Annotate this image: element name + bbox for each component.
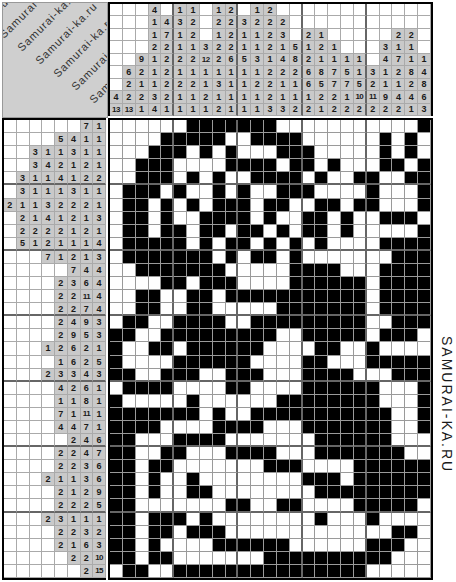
grid-cell[interactable]: [174, 434, 187, 447]
grid-cell[interactable]: [380, 486, 393, 499]
grid-cell[interactable]: [380, 290, 393, 303]
grid-cell[interactable]: [226, 172, 239, 185]
grid-cell[interactable]: [149, 486, 162, 499]
grid-cell[interactable]: [392, 277, 405, 290]
grid-cell[interactable]: [354, 264, 367, 277]
grid-cell[interactable]: [264, 329, 277, 342]
grid-cell[interactable]: [354, 356, 367, 369]
grid-cell[interactable]: [392, 539, 405, 552]
grid-cell[interactable]: [367, 513, 380, 526]
grid-cell[interactable]: [303, 434, 316, 447]
grid-cell[interactable]: [213, 473, 226, 486]
grid-cell[interactable]: [187, 552, 200, 565]
grid-cell[interactable]: [418, 499, 431, 512]
grid-cell[interactable]: [303, 329, 316, 342]
grid-cell[interactable]: [110, 303, 123, 316]
grid-cell[interactable]: [303, 303, 316, 316]
grid-cell[interactable]: [264, 172, 277, 185]
grid-cell[interactable]: [149, 277, 162, 290]
grid-cell[interactable]: [238, 499, 251, 512]
grid-cell[interactable]: [380, 146, 393, 159]
grid-cell[interactable]: [226, 434, 239, 447]
grid-cell[interactable]: [367, 447, 380, 460]
grid-cell[interactable]: [354, 539, 367, 552]
grid-cell[interactable]: [174, 120, 187, 133]
grid-cell[interactable]: [380, 526, 393, 539]
grid-cell[interactable]: [174, 408, 187, 421]
grid-cell[interactable]: [290, 159, 303, 172]
grid-cell[interactable]: [161, 499, 174, 512]
grid-cell[interactable]: [290, 342, 303, 355]
grid-cell[interactable]: [380, 447, 393, 460]
grid-cell[interactable]: [328, 185, 341, 198]
grid-cell[interactable]: [187, 434, 200, 447]
grid-cell[interactable]: [174, 146, 187, 159]
grid-cell[interactable]: [161, 212, 174, 225]
grid-cell[interactable]: [315, 146, 328, 159]
grid-cell[interactable]: [418, 421, 431, 434]
grid-cell[interactable]: [303, 212, 316, 225]
grid-cell[interactable]: [251, 486, 264, 499]
grid-cell[interactable]: [136, 460, 149, 473]
grid-cell[interactable]: [392, 499, 405, 512]
grid-cell[interactable]: [328, 382, 341, 395]
grid-cell[interactable]: [161, 369, 174, 382]
grid-cell[interactable]: [161, 316, 174, 329]
grid-cell[interactable]: [418, 277, 431, 290]
grid-cell[interactable]: [161, 159, 174, 172]
grid-cell[interactable]: [392, 329, 405, 342]
grid-cell[interactable]: [367, 473, 380, 486]
grid-cell[interactable]: [380, 421, 393, 434]
grid-cell[interactable]: [213, 290, 226, 303]
grid-cell[interactable]: [380, 238, 393, 251]
grid-cell[interactable]: [380, 473, 393, 486]
grid-cell[interactable]: [187, 185, 200, 198]
grid-cell[interactable]: [392, 133, 405, 146]
grid-cell[interactable]: [110, 552, 123, 565]
grid-cell[interactable]: [354, 486, 367, 499]
grid-cell[interactable]: [200, 486, 213, 499]
grid-cell[interactable]: [161, 565, 174, 578]
grid-cell[interactable]: [264, 382, 277, 395]
grid-cell[interactable]: [264, 539, 277, 552]
grid-cell[interactable]: [380, 303, 393, 316]
grid-cell[interactable]: [123, 185, 136, 198]
grid-cell[interactable]: [264, 499, 277, 512]
grid-cell[interactable]: [123, 369, 136, 382]
grid-cell[interactable]: [136, 434, 149, 447]
grid-cell[interactable]: [367, 329, 380, 342]
grid-cell[interactable]: [226, 185, 239, 198]
grid-cell[interactable]: [161, 120, 174, 133]
grid-cell[interactable]: [251, 133, 264, 146]
grid-cell[interactable]: [174, 133, 187, 146]
grid-cell[interactable]: [110, 251, 123, 264]
grid-cell[interactable]: [187, 264, 200, 277]
grid-cell[interactable]: [418, 264, 431, 277]
grid-cell[interactable]: [418, 382, 431, 395]
grid-cell[interactable]: [187, 251, 200, 264]
grid-cell[interactable]: [367, 238, 380, 251]
grid-cell[interactable]: [174, 539, 187, 552]
grid-cell[interactable]: [392, 421, 405, 434]
grid-cell[interactable]: [405, 421, 418, 434]
grid-cell[interactable]: [392, 212, 405, 225]
grid-cell[interactable]: [354, 499, 367, 512]
grid-cell[interactable]: [277, 199, 290, 212]
grid-cell[interactable]: [303, 356, 316, 369]
grid-cell[interactable]: [161, 185, 174, 198]
grid-cell[interactable]: [354, 382, 367, 395]
grid-cell[interactable]: [418, 146, 431, 159]
grid-cell[interactable]: [238, 382, 251, 395]
grid-cell[interactable]: [123, 290, 136, 303]
grid-cell[interactable]: [367, 146, 380, 159]
grid-cell[interactable]: [213, 421, 226, 434]
grid-cell[interactable]: [315, 408, 328, 421]
grid-cell[interactable]: [418, 120, 431, 133]
grid-cell[interactable]: [251, 473, 264, 486]
grid-cell[interactable]: [136, 238, 149, 251]
grid-cell[interactable]: [303, 185, 316, 198]
grid-cell[interactable]: [161, 277, 174, 290]
grid-cell[interactable]: [200, 447, 213, 460]
grid-cell[interactable]: [277, 565, 290, 578]
grid-cell[interactable]: [277, 133, 290, 146]
grid-cell[interactable]: [200, 303, 213, 316]
grid-cell[interactable]: [264, 225, 277, 238]
grid-cell[interactable]: [380, 277, 393, 290]
grid-cell[interactable]: [136, 356, 149, 369]
grid-cell[interactable]: [161, 172, 174, 185]
grid-cell[interactable]: [136, 526, 149, 539]
grid-cell[interactable]: [392, 565, 405, 578]
grid-cell[interactable]: [264, 395, 277, 408]
grid-cell[interactable]: [418, 329, 431, 342]
grid-cell[interactable]: [226, 342, 239, 355]
grid-cell[interactable]: [200, 212, 213, 225]
grid-cell[interactable]: [392, 146, 405, 159]
grid-cell[interactable]: [418, 552, 431, 565]
grid-cell[interactable]: [264, 447, 277, 460]
grid-cell[interactable]: [226, 290, 239, 303]
grid-cell[interactable]: [187, 356, 200, 369]
grid-cell[interactable]: [405, 264, 418, 277]
grid-cell[interactable]: [264, 159, 277, 172]
grid-cell[interactable]: [380, 369, 393, 382]
grid-cell[interactable]: [251, 264, 264, 277]
grid-cell[interactable]: [226, 225, 239, 238]
grid-cell[interactable]: [123, 120, 136, 133]
grid-cell[interactable]: [174, 447, 187, 460]
grid-cell[interactable]: [238, 133, 251, 146]
grid-cell[interactable]: [405, 199, 418, 212]
grid-cell[interactable]: [200, 565, 213, 578]
grid-cell[interactable]: [341, 460, 354, 473]
grid-cell[interactable]: [174, 159, 187, 172]
grid-cell[interactable]: [392, 552, 405, 565]
grid-cell[interactable]: [123, 421, 136, 434]
grid-cell[interactable]: [303, 526, 316, 539]
grid-cell[interactable]: [110, 172, 123, 185]
grid-cell[interactable]: [264, 277, 277, 290]
grid-cell[interactable]: [392, 290, 405, 303]
grid-cell[interactable]: [251, 499, 264, 512]
grid-cell[interactable]: [123, 303, 136, 316]
grid-cell[interactable]: [303, 146, 316, 159]
grid-cell[interactable]: [303, 225, 316, 238]
grid-cell[interactable]: [418, 395, 431, 408]
grid-cell[interactable]: [354, 460, 367, 473]
grid-cell[interactable]: [174, 526, 187, 539]
grid-cell[interactable]: [303, 473, 316, 486]
grid-cell[interactable]: [123, 342, 136, 355]
grid-cell[interactable]: [405, 290, 418, 303]
grid-cell[interactable]: [226, 303, 239, 316]
grid-cell[interactable]: [303, 290, 316, 303]
grid-cell[interactable]: [290, 238, 303, 251]
grid-cell[interactable]: [341, 316, 354, 329]
grid-cell[interactable]: [149, 225, 162, 238]
grid-cell[interactable]: [380, 434, 393, 447]
grid-cell[interactable]: [290, 539, 303, 552]
grid-cell[interactable]: [226, 552, 239, 565]
grid-cell[interactable]: [392, 251, 405, 264]
grid-cell[interactable]: [174, 473, 187, 486]
grid-cell[interactable]: [264, 473, 277, 486]
grid-cell[interactable]: [405, 172, 418, 185]
grid-cell[interactable]: [418, 565, 431, 578]
grid-cell[interactable]: [328, 342, 341, 355]
grid-cell[interactable]: [380, 159, 393, 172]
grid-cell[interactable]: [136, 185, 149, 198]
grid-cell[interactable]: [392, 460, 405, 473]
grid-cell[interactable]: [264, 290, 277, 303]
grid-cell[interactable]: [290, 460, 303, 473]
grid-cell[interactable]: [367, 421, 380, 434]
grid-cell[interactable]: [161, 460, 174, 473]
grid-cell[interactable]: [367, 382, 380, 395]
grid-cell[interactable]: [354, 290, 367, 303]
grid-cell[interactable]: [315, 513, 328, 526]
grid-cell[interactable]: [354, 185, 367, 198]
grid-cell[interactable]: [161, 539, 174, 552]
grid-cell[interactable]: [405, 316, 418, 329]
grid-cell[interactable]: [380, 225, 393, 238]
grid-cell[interactable]: [149, 251, 162, 264]
grid-cell[interactable]: [315, 460, 328, 473]
grid-cell[interactable]: [110, 486, 123, 499]
grid-cell[interactable]: [315, 565, 328, 578]
grid-cell[interactable]: [213, 172, 226, 185]
grid-cell[interactable]: [367, 277, 380, 290]
grid-cell[interactable]: [149, 460, 162, 473]
grid-cell[interactable]: [238, 120, 251, 133]
grid-cell[interactable]: [174, 499, 187, 512]
grid-cell[interactable]: [136, 552, 149, 565]
grid-cell[interactable]: [418, 408, 431, 421]
grid-cell[interactable]: [200, 159, 213, 172]
grid-cell[interactable]: [354, 513, 367, 526]
grid-cell[interactable]: [341, 225, 354, 238]
grid-cell[interactable]: [200, 185, 213, 198]
grid-cell[interactable]: [367, 303, 380, 316]
grid-cell[interactable]: [149, 382, 162, 395]
grid-cell[interactable]: [367, 486, 380, 499]
grid-cell[interactable]: [392, 356, 405, 369]
grid-cell[interactable]: [264, 356, 277, 369]
grid-cell[interactable]: [315, 133, 328, 146]
grid-cell[interactable]: [123, 434, 136, 447]
grid-cell[interactable]: [354, 552, 367, 565]
grid-cell[interactable]: [200, 199, 213, 212]
grid-cell[interactable]: [187, 499, 200, 512]
grid-cell[interactable]: [290, 356, 303, 369]
grid-cell[interactable]: [251, 539, 264, 552]
grid-cell[interactable]: [277, 552, 290, 565]
grid-cell[interactable]: [328, 329, 341, 342]
grid-cell[interactable]: [110, 473, 123, 486]
grid-cell[interactable]: [200, 513, 213, 526]
grid-cell[interactable]: [315, 356, 328, 369]
grid-cell[interactable]: [367, 159, 380, 172]
grid-cell[interactable]: [367, 434, 380, 447]
grid-cell[interactable]: [200, 120, 213, 133]
grid-cell[interactable]: [341, 185, 354, 198]
grid-cell[interactable]: [161, 329, 174, 342]
grid-cell[interactable]: [405, 146, 418, 159]
grid-cell[interactable]: [200, 329, 213, 342]
grid-cell[interactable]: [380, 565, 393, 578]
grid-cell[interactable]: [200, 251, 213, 264]
grid-cell[interactable]: [354, 120, 367, 133]
grid-cell[interactable]: [187, 473, 200, 486]
grid-cell[interactable]: [405, 303, 418, 316]
grid-cell[interactable]: [123, 172, 136, 185]
grid-cell[interactable]: [174, 382, 187, 395]
grid-cell[interactable]: [290, 303, 303, 316]
grid-cell[interactable]: [200, 146, 213, 159]
grid-cell[interactable]: [238, 185, 251, 198]
grid-cell[interactable]: [174, 395, 187, 408]
grid-cell[interactable]: [200, 434, 213, 447]
grid-cell[interactable]: [136, 342, 149, 355]
grid-cell[interactable]: [405, 329, 418, 342]
grid-cell[interactable]: [418, 539, 431, 552]
grid-cell[interactable]: [328, 434, 341, 447]
grid-cell[interactable]: [213, 382, 226, 395]
grid-cell[interactable]: [174, 565, 187, 578]
grid-cell[interactable]: [354, 369, 367, 382]
grid-cell[interactable]: [328, 159, 341, 172]
grid-cell[interactable]: [328, 408, 341, 421]
grid-cell[interactable]: [110, 212, 123, 225]
grid-cell[interactable]: [405, 408, 418, 421]
grid-cell[interactable]: [251, 552, 264, 565]
grid-cell[interactable]: [264, 238, 277, 251]
grid-cell[interactable]: [264, 251, 277, 264]
grid-cell[interactable]: [303, 408, 316, 421]
grid-cell[interactable]: [392, 395, 405, 408]
grid-cell[interactable]: [200, 369, 213, 382]
grid-cell[interactable]: [341, 382, 354, 395]
grid-cell[interactable]: [264, 264, 277, 277]
grid-cell[interactable]: [328, 212, 341, 225]
grid-cell[interactable]: [226, 447, 239, 460]
grid-cell[interactable]: [277, 499, 290, 512]
grid-cell[interactable]: [328, 277, 341, 290]
grid-cell[interactable]: [315, 539, 328, 552]
grid-cell[interactable]: [149, 133, 162, 146]
grid-cell[interactable]: [213, 120, 226, 133]
grid-cell[interactable]: [341, 290, 354, 303]
grid-cell[interactable]: [136, 539, 149, 552]
grid-cell[interactable]: [418, 172, 431, 185]
grid-cell[interactable]: [290, 133, 303, 146]
grid-cell[interactable]: [136, 473, 149, 486]
grid-cell[interactable]: [187, 395, 200, 408]
grid-cell[interactable]: [290, 382, 303, 395]
grid-cell[interactable]: [418, 303, 431, 316]
grid-cell[interactable]: [226, 264, 239, 277]
grid-cell[interactable]: [315, 290, 328, 303]
grid-cell[interactable]: [238, 513, 251, 526]
grid-cell[interactable]: [251, 421, 264, 434]
grid-cell[interactable]: [341, 434, 354, 447]
grid-cell[interactable]: [149, 513, 162, 526]
grid-cell[interactable]: [315, 251, 328, 264]
grid-cell[interactable]: [136, 447, 149, 460]
grid-cell[interactable]: [405, 552, 418, 565]
grid-cell[interactable]: [251, 159, 264, 172]
grid-cell[interactable]: [226, 356, 239, 369]
grid-cell[interactable]: [405, 460, 418, 473]
grid-cell[interactable]: [251, 356, 264, 369]
grid-cell[interactable]: [238, 159, 251, 172]
grid-cell[interactable]: [123, 408, 136, 421]
grid-cell[interactable]: [328, 526, 341, 539]
grid-cell[interactable]: [264, 185, 277, 198]
grid-cell[interactable]: [213, 434, 226, 447]
grid-cell[interactable]: [380, 513, 393, 526]
grid-cell[interactable]: [277, 290, 290, 303]
grid-cell[interactable]: [341, 513, 354, 526]
grid-cell[interactable]: [264, 513, 277, 526]
grid-cell[interactable]: [392, 486, 405, 499]
grid-cell[interactable]: [226, 159, 239, 172]
grid-cell[interactable]: [354, 408, 367, 421]
grid-cell[interactable]: [380, 395, 393, 408]
grid-cell[interactable]: [405, 434, 418, 447]
grid-cell[interactable]: [226, 460, 239, 473]
grid-cell[interactable]: [149, 212, 162, 225]
grid-cell[interactable]: [161, 303, 174, 316]
grid-cell[interactable]: [123, 382, 136, 395]
grid-cell[interactable]: [149, 395, 162, 408]
grid-cell[interactable]: [251, 382, 264, 395]
grid-cell[interactable]: [315, 421, 328, 434]
grid-cell[interactable]: [392, 264, 405, 277]
grid-cell[interactable]: [226, 212, 239, 225]
grid-cell[interactable]: [315, 212, 328, 225]
grid-cell[interactable]: [367, 185, 380, 198]
grid-cell[interactable]: [367, 408, 380, 421]
grid-cell[interactable]: [303, 499, 316, 512]
grid-cell[interactable]: [213, 513, 226, 526]
grid-cell[interactable]: [161, 264, 174, 277]
grid-cell[interactable]: [200, 460, 213, 473]
